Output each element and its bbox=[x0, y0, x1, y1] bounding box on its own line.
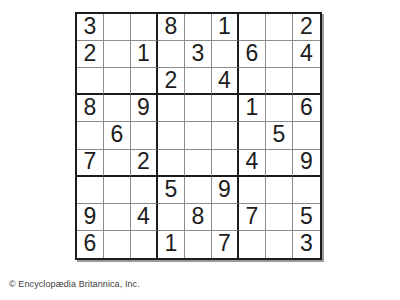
cell-r9c9-given-3: 3 bbox=[293, 231, 320, 258]
cell-r8c8-empty bbox=[266, 204, 293, 231]
cell-r7c9-empty bbox=[293, 177, 320, 204]
cell-r3c4-given-2: 2 bbox=[158, 68, 185, 95]
cell-r4c8-empty bbox=[266, 95, 293, 122]
cell-r9c1-given-6: 6 bbox=[77, 231, 104, 258]
cell-r8c3-given-4: 4 bbox=[131, 204, 158, 231]
cell-r1c5-empty bbox=[185, 14, 212, 41]
cell-r6c2-empty bbox=[104, 150, 131, 177]
cell-r5c3-empty bbox=[131, 122, 158, 149]
cell-r7c2-empty bbox=[104, 177, 131, 204]
cell-r2c6-empty bbox=[212, 41, 239, 68]
cell-r1c4-given-8: 8 bbox=[158, 14, 185, 41]
cell-r9c2-empty bbox=[104, 231, 131, 258]
cell-r9c3-empty bbox=[131, 231, 158, 258]
copyright-credit: © Encyclopædia Britannica, Inc. bbox=[9, 279, 140, 289]
cell-r8c4-empty bbox=[158, 204, 185, 231]
cell-r4c2-empty bbox=[104, 95, 131, 122]
cell-r5c2-given-6: 6 bbox=[104, 122, 131, 149]
cell-r2c1-given-2: 2 bbox=[77, 41, 104, 68]
cell-r9c7-empty bbox=[239, 231, 266, 258]
cell-r4c1-given-8: 8 bbox=[77, 95, 104, 122]
cell-r6c4-empty bbox=[158, 150, 185, 177]
cell-r9c5-empty bbox=[185, 231, 212, 258]
cell-r1c9-given-2: 2 bbox=[293, 14, 320, 41]
cell-r5c5-empty bbox=[185, 122, 212, 149]
cell-r5c7-empty bbox=[239, 122, 266, 149]
cell-r4c4-empty bbox=[158, 95, 185, 122]
cell-r2c3-given-1: 1 bbox=[131, 41, 158, 68]
cell-r7c5-empty bbox=[185, 177, 212, 204]
cell-r8c7-given-7: 7 bbox=[239, 204, 266, 231]
cell-r7c6-given-9: 9 bbox=[212, 177, 239, 204]
cell-r5c8-given-5: 5 bbox=[266, 122, 293, 149]
cell-r2c7-given-6: 6 bbox=[239, 41, 266, 68]
cell-r7c3-empty bbox=[131, 177, 158, 204]
cell-r6c6-empty bbox=[212, 150, 239, 177]
cell-r1c1-given-3: 3 bbox=[77, 14, 104, 41]
cell-r7c7-empty bbox=[239, 177, 266, 204]
cell-r4c6-empty bbox=[212, 95, 239, 122]
cell-r1c2-empty bbox=[104, 14, 131, 41]
cell-r6c1-given-7: 7 bbox=[77, 150, 104, 177]
cell-r4c5-empty bbox=[185, 95, 212, 122]
cell-r2c5-given-3: 3 bbox=[185, 41, 212, 68]
cell-r3c6-given-4: 4 bbox=[212, 68, 239, 95]
cell-r3c8-empty bbox=[266, 68, 293, 95]
cell-r2c8-empty bbox=[266, 41, 293, 68]
cell-r6c5-empty bbox=[185, 150, 212, 177]
cell-r3c5-empty bbox=[185, 68, 212, 95]
cell-r3c9-empty bbox=[293, 68, 320, 95]
cell-r1c6-given-1: 1 bbox=[212, 14, 239, 41]
cell-r2c4-empty bbox=[158, 41, 185, 68]
cell-r1c3-empty bbox=[131, 14, 158, 41]
cell-r1c8-empty bbox=[266, 14, 293, 41]
cell-r7c1-empty bbox=[77, 177, 104, 204]
cell-r1c7-empty bbox=[239, 14, 266, 41]
cell-r4c7-given-1: 1 bbox=[239, 95, 266, 122]
cell-r3c3-empty bbox=[131, 68, 158, 95]
cell-r9c6-given-7: 7 bbox=[212, 231, 239, 258]
cell-r9c8-empty bbox=[266, 231, 293, 258]
cell-r5c4-empty bbox=[158, 122, 185, 149]
cell-r3c2-empty bbox=[104, 68, 131, 95]
cell-r7c4-given-5: 5 bbox=[158, 177, 185, 204]
cell-r6c9-given-9: 9 bbox=[293, 150, 320, 177]
sudoku-diagram: 38122136424891665724959948756173 © Encyc… bbox=[0, 0, 400, 300]
cell-r5c9-empty bbox=[293, 122, 320, 149]
cell-r3c7-empty bbox=[239, 68, 266, 95]
cell-r6c8-empty bbox=[266, 150, 293, 177]
cell-r2c2-empty bbox=[104, 41, 131, 68]
cell-r2c9-given-4: 4 bbox=[293, 41, 320, 68]
cell-r4c9-given-6: 6 bbox=[293, 95, 320, 122]
cell-r7c8-empty bbox=[266, 177, 293, 204]
cell-r8c5-given-8: 8 bbox=[185, 204, 212, 231]
cell-r6c7-given-4: 4 bbox=[239, 150, 266, 177]
cell-r6c3-given-2: 2 bbox=[131, 150, 158, 177]
cell-r8c6-empty bbox=[212, 204, 239, 231]
cell-r5c1-empty bbox=[77, 122, 104, 149]
cell-r3c1-empty bbox=[77, 68, 104, 95]
cell-r8c2-empty bbox=[104, 204, 131, 231]
cell-r4c3-given-9: 9 bbox=[131, 95, 158, 122]
cell-r8c1-given-9: 9 bbox=[77, 204, 104, 231]
cell-r8c9-given-5: 5 bbox=[293, 204, 320, 231]
cell-r5c6-empty bbox=[212, 122, 239, 149]
sudoku-board: 38122136424891665724959948756173 bbox=[75, 12, 322, 260]
cell-r9c4-given-1: 1 bbox=[158, 231, 185, 258]
